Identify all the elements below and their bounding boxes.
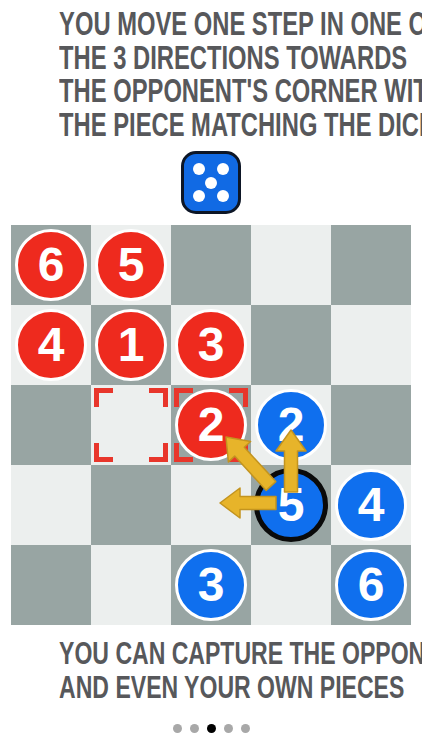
- board-cell-r3c0: [11, 465, 91, 545]
- board-cell-r1c2: 3: [171, 305, 251, 385]
- red-piece-3: 3: [175, 309, 247, 381]
- board-cell-r4c3: [251, 545, 331, 625]
- board-cell-r0c2: [171, 225, 251, 305]
- board-cell-r1c3: [251, 305, 331, 385]
- board-cell-r2c0: [11, 385, 91, 465]
- board-cell-r1c1: 1: [91, 305, 171, 385]
- board-cell-r2c4: [331, 385, 411, 465]
- headline-line: THE PIECE MATCHING THE DICE: [59, 108, 363, 142]
- board-cell-r1c4: [331, 305, 411, 385]
- board-cell-r3c1: [91, 465, 171, 545]
- headline-line: THE 3 DIRECTIONS TOWARDS: [59, 41, 363, 75]
- dice-pip: [193, 190, 205, 202]
- selected-blue-piece-5: 5: [254, 468, 328, 542]
- red-piece-4: 4: [15, 309, 87, 381]
- board-cell-r4c0: [11, 545, 91, 625]
- page-dot-1[interactable]: [173, 724, 182, 733]
- board-cell-r0c1: 5: [91, 225, 171, 305]
- board-cell-r3c3: 5: [251, 465, 331, 545]
- tutorial-footer: YOU CAN CAPTURE THE OPPONENT'S AND EVEN …: [0, 636, 422, 704]
- target-bracket-corner: [94, 388, 113, 407]
- blue-piece-2: 2: [255, 389, 327, 461]
- board-cell-r2c2: 2: [171, 385, 251, 465]
- blue-piece-3: 3: [175, 549, 247, 621]
- board-cell-r4c1: [91, 545, 171, 625]
- dice-pip: [217, 163, 229, 175]
- board-cell-r3c4: 4: [331, 465, 411, 545]
- headline-line: YOU MOVE ONE STEP IN ONE OF: [59, 7, 363, 41]
- red-piece-1: 1: [95, 309, 167, 381]
- dice-pip: [217, 190, 229, 202]
- board-cell-r4c4: 6: [331, 545, 411, 625]
- page-dot-2[interactable]: [190, 724, 199, 733]
- footer-line: YOU CAN CAPTURE THE OPPONENT'S: [59, 636, 363, 670]
- red-piece-5: 5: [95, 229, 167, 301]
- dice-showing-5: [181, 151, 241, 214]
- board-cell-r0c4: [331, 225, 411, 305]
- red-piece-2: 2: [175, 389, 247, 461]
- page-dot-4[interactable]: [224, 724, 233, 733]
- target-bracket-corner: [94, 443, 113, 462]
- tutorial-headline: YOU MOVE ONE STEP IN ONE OF THE 3 DIRECT…: [0, 7, 422, 141]
- board-cell-r2c3: 2: [251, 385, 331, 465]
- blue-piece-6: 6: [335, 549, 407, 621]
- board-cell-r1c0: 4: [11, 305, 91, 385]
- board-cell-r4c2: 3: [171, 545, 251, 625]
- red-piece-6: 6: [15, 229, 87, 301]
- footer-line: AND EVEN YOUR OWN PIECES: [59, 670, 363, 704]
- target-bracket-corner: [149, 443, 168, 462]
- carousel-page-dots: [0, 723, 422, 733]
- page-dot-3-active[interactable]: [207, 724, 216, 733]
- target-bracket-corner: [149, 388, 168, 407]
- headline-line: THE OPPONENT'S CORNER WITH: [59, 74, 363, 108]
- board-cell-r0c0: 6: [11, 225, 91, 305]
- dice-pip: [205, 177, 217, 189]
- board-cell-r3c2: [171, 465, 251, 545]
- dice-pip: [193, 163, 205, 175]
- game-board: 65413225436: [11, 225, 411, 625]
- page-dot-5[interactable]: [241, 724, 250, 733]
- board-cell-r2c1: [91, 385, 171, 465]
- blue-piece-4: 4: [335, 469, 407, 541]
- board-cell-r0c3: [251, 225, 331, 305]
